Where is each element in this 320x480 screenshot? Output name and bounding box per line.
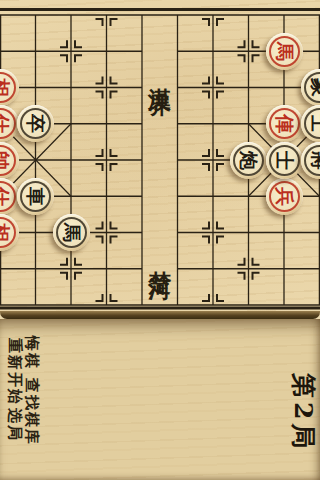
river-label-chuhe: 楚河	[146, 223, 176, 295]
piece-face: 炮	[233, 145, 264, 176]
control-panel: 悔棋 查找棋库 重新开始 选局 第2局	[0, 319, 320, 480]
piece-face: 帥	[0, 145, 16, 176]
board-bottom-edge	[0, 311, 320, 319]
piece-face: 士	[304, 108, 320, 139]
search-library-button[interactable]: 查找棋库	[22, 378, 41, 446]
piece-red-soldier[interactable]: 兵	[266, 178, 303, 215]
piece-black-advisor[interactable]: 士	[266, 142, 303, 179]
piece-character: 仕	[0, 187, 10, 206]
game-number-label: 第2局	[295, 373, 320, 452]
select-game-button[interactable]: 选局	[5, 408, 24, 442]
piece-black-chariot[interactable]: 車	[17, 178, 54, 215]
piece-face: 仕	[0, 181, 16, 212]
piece-character: 象	[310, 78, 320, 97]
piece-face: 相	[0, 72, 16, 103]
piece-black-soldier[interactable]: 卒	[17, 105, 54, 142]
piece-character: 炮	[239, 151, 258, 170]
piece-face: 相	[0, 217, 16, 248]
piece-face: 兵	[269, 181, 300, 212]
piece-character: 車	[26, 187, 45, 206]
piece-character: 相	[0, 78, 10, 97]
undo-button[interactable]: 悔棋	[22, 336, 41, 370]
board: 漢界 楚河 相仕帥仕相馬俥兵卒車馬炮士象士將	[0, 0, 320, 311]
piece-face: 卒	[20, 108, 51, 139]
piece-character: 兵	[275, 187, 294, 206]
piece-red-horse[interactable]: 馬	[266, 33, 303, 70]
piece-character: 將	[310, 151, 320, 170]
piece-character: 俥	[275, 114, 294, 133]
piece-face: 象	[304, 72, 320, 103]
piece-character: 馬	[275, 42, 294, 61]
piece-character: 相	[0, 223, 10, 242]
piece-red-chariot[interactable]: 俥	[266, 105, 303, 142]
piece-black-cannon[interactable]: 炮	[230, 142, 267, 179]
piece-character: 士	[275, 151, 294, 170]
piece-face: 俥	[269, 108, 300, 139]
piece-character: 仕	[0, 114, 10, 133]
piece-character: 士	[310, 114, 320, 133]
piece-face: 車	[20, 181, 51, 212]
piece-character: 馬	[62, 223, 81, 242]
piece-character: 帥	[0, 151, 10, 170]
piece-black-horse[interactable]: 馬	[53, 214, 90, 251]
xiangqi-app: 漢界 楚河 相仕帥仕相馬俥兵卒車馬炮士象士將 悔棋 查找棋库 重新开始 选局 第…	[0, 0, 320, 480]
river-label-hanjie: 漢界	[146, 41, 176, 111]
piece-face: 士	[269, 145, 300, 176]
piece-face: 仕	[0, 108, 16, 139]
restart-button[interactable]: 重新开始	[5, 338, 24, 406]
piece-face: 馬	[269, 36, 300, 67]
piece-face: 馬	[56, 217, 87, 248]
piece-face: 將	[304, 145, 320, 176]
piece-character: 卒	[26, 114, 45, 133]
